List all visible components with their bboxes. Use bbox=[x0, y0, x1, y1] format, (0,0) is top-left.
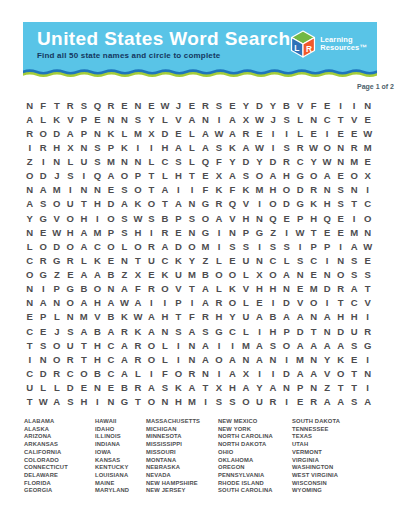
grid-cell[interactable]: Z bbox=[118, 268, 132, 282]
grid-cell[interactable]: X bbox=[145, 126, 159, 140]
grid-cell[interactable]: I bbox=[280, 225, 294, 239]
grid-cell[interactable]: W bbox=[212, 126, 226, 140]
grid-cell[interactable]: K bbox=[118, 310, 132, 324]
grid-cell[interactable]: A bbox=[226, 352, 240, 366]
grid-cell[interactable]: N bbox=[185, 225, 199, 239]
grid-cell[interactable]: N bbox=[91, 126, 105, 140]
grid-cell[interactable]: A bbox=[280, 310, 294, 324]
grid-cell[interactable]: Q bbox=[91, 98, 105, 112]
grid-cell[interactable]: I bbox=[145, 225, 159, 239]
grid-cell[interactable]: A bbox=[77, 296, 91, 310]
grid-cell[interactable]: I bbox=[253, 197, 267, 211]
grid-cell[interactable]: K bbox=[334, 352, 348, 366]
grid-cell[interactable]: W bbox=[253, 112, 267, 126]
grid-cell[interactable]: J bbox=[50, 169, 64, 183]
grid-cell[interactable]: R bbox=[64, 352, 78, 366]
grid-cell[interactable]: I bbox=[266, 140, 280, 154]
grid-cell[interactable]: R bbox=[145, 282, 159, 296]
grid-cell[interactable]: E bbox=[320, 98, 334, 112]
grid-cell[interactable]: C bbox=[158, 155, 172, 169]
grid-cell[interactable]: D bbox=[320, 282, 334, 296]
grid-cell[interactable]: U bbox=[172, 268, 186, 282]
grid-cell[interactable]: U bbox=[145, 253, 159, 267]
grid-cell[interactable]: P bbox=[104, 140, 118, 154]
grid-cell[interactable]: M bbox=[253, 183, 267, 197]
grid-cell[interactable]: R bbox=[212, 296, 226, 310]
grid-cell[interactable]: O bbox=[347, 169, 361, 183]
grid-cell[interactable]: B bbox=[104, 268, 118, 282]
grid-cell[interactable]: N bbox=[185, 352, 199, 366]
grid-cell[interactable]: O bbox=[104, 211, 118, 225]
grid-cell[interactable]: M bbox=[185, 268, 199, 282]
grid-cell[interactable]: T bbox=[347, 197, 361, 211]
grid-cell[interactable]: O bbox=[145, 352, 159, 366]
grid-cell[interactable]: S bbox=[361, 268, 375, 282]
grid-cell[interactable]: S bbox=[64, 169, 78, 183]
grid-cell[interactable]: T bbox=[347, 366, 361, 380]
grid-cell[interactable]: T bbox=[185, 282, 199, 296]
grid-cell[interactable]: M bbox=[77, 310, 91, 324]
grid-cell[interactable]: R bbox=[37, 253, 51, 267]
grid-cell[interactable]: K bbox=[239, 183, 253, 197]
grid-cell[interactable]: I bbox=[347, 211, 361, 225]
grid-cell[interactable]: A bbox=[347, 282, 361, 296]
grid-cell[interactable]: A bbox=[118, 352, 132, 366]
grid-cell[interactable]: N bbox=[104, 395, 118, 409]
grid-cell[interactable]: V bbox=[293, 296, 307, 310]
grid-cell[interactable]: E bbox=[334, 211, 348, 225]
grid-cell[interactable]: R bbox=[145, 239, 159, 253]
grid-cell[interactable]: A bbox=[226, 366, 240, 380]
grid-cell[interactable]: E bbox=[334, 169, 348, 183]
grid-cell[interactable]: R bbox=[199, 310, 213, 324]
grid-cell[interactable]: N bbox=[23, 98, 37, 112]
grid-cell[interactable]: E bbox=[320, 225, 334, 239]
grid-cell[interactable]: Y bbox=[266, 98, 280, 112]
grid-cell[interactable]: E bbox=[361, 155, 375, 169]
grid-cell[interactable]: P bbox=[172, 296, 186, 310]
grid-cell[interactable]: O bbox=[307, 169, 321, 183]
grid-cell[interactable]: N bbox=[104, 282, 118, 296]
grid-cell[interactable]: T bbox=[158, 197, 172, 211]
grid-cell[interactable]: N bbox=[158, 395, 172, 409]
grid-cell[interactable]: Q bbox=[91, 169, 105, 183]
grid-cell[interactable]: O bbox=[91, 282, 105, 296]
grid-cell[interactable]: I bbox=[253, 366, 267, 380]
grid-cell[interactable]: K bbox=[212, 183, 226, 197]
grid-cell[interactable]: O bbox=[145, 395, 159, 409]
grid-cell[interactable]: N bbox=[266, 352, 280, 366]
grid-cell[interactable]: G bbox=[199, 197, 213, 211]
grid-cell[interactable]: I bbox=[226, 338, 240, 352]
grid-cell[interactable]: H bbox=[266, 282, 280, 296]
grid-cell[interactable]: W bbox=[361, 239, 375, 253]
grid-cell[interactable]: T bbox=[307, 225, 321, 239]
grid-cell[interactable]: A bbox=[77, 225, 91, 239]
grid-cell[interactable]: N bbox=[77, 183, 91, 197]
grid-cell[interactable]: G bbox=[118, 395, 132, 409]
grid-cell[interactable]: F bbox=[212, 155, 226, 169]
grid-cell[interactable]: T bbox=[361, 282, 375, 296]
grid-cell[interactable]: L bbox=[185, 140, 199, 154]
grid-cell[interactable]: O bbox=[280, 183, 294, 197]
grid-cell[interactable]: T bbox=[131, 395, 145, 409]
grid-cell[interactable]: H bbox=[266, 324, 280, 338]
grid-cell[interactable]: E bbox=[361, 112, 375, 126]
grid-cell[interactable]: H bbox=[226, 381, 240, 395]
grid-cell[interactable]: I bbox=[145, 296, 159, 310]
grid-cell[interactable]: N bbox=[307, 352, 321, 366]
grid-cell[interactable]: E bbox=[293, 395, 307, 409]
grid-cell[interactable]: T bbox=[131, 253, 145, 267]
grid-cell[interactable]: A bbox=[23, 112, 37, 126]
grid-cell[interactable]: E bbox=[145, 268, 159, 282]
grid-cell[interactable]: O bbox=[212, 352, 226, 366]
grid-cell[interactable]: Y bbox=[23, 211, 37, 225]
grid-cell[interactable]: I bbox=[64, 183, 78, 197]
grid-cell[interactable]: V bbox=[293, 98, 307, 112]
grid-cell[interactable]: G bbox=[293, 169, 307, 183]
grid-cell[interactable]: A bbox=[37, 296, 51, 310]
grid-cell[interactable]: A bbox=[334, 338, 348, 352]
grid-cell[interactable]: N bbox=[118, 253, 132, 267]
grid-cell[interactable]: E bbox=[199, 169, 213, 183]
grid-cell[interactable]: Y bbox=[307, 155, 321, 169]
grid-cell[interactable]: F bbox=[226, 183, 240, 197]
grid-cell[interactable]: A bbox=[239, 140, 253, 154]
grid-cell[interactable]: T bbox=[172, 310, 186, 324]
grid-cell[interactable]: M bbox=[307, 282, 321, 296]
grid-cell[interactable]: K bbox=[172, 253, 186, 267]
grid-cell[interactable]: D bbox=[293, 324, 307, 338]
grid-cell[interactable]: K bbox=[131, 197, 145, 211]
grid-cell[interactable]: T bbox=[185, 169, 199, 183]
grid-cell[interactable]: B bbox=[266, 310, 280, 324]
grid-cell[interactable]: M bbox=[104, 155, 118, 169]
grid-cell[interactable]: I bbox=[23, 352, 37, 366]
grid-cell[interactable]: A bbox=[199, 282, 213, 296]
grid-cell[interactable]: H bbox=[77, 395, 91, 409]
grid-cell[interactable]: O bbox=[212, 268, 226, 282]
grid-cell[interactable]: H bbox=[266, 183, 280, 197]
grid-cell[interactable]: N bbox=[320, 183, 334, 197]
grid-cell[interactable]: K bbox=[307, 197, 321, 211]
grid-cell[interactable]: V bbox=[239, 282, 253, 296]
grid-cell[interactable]: H bbox=[77, 211, 91, 225]
grid-cell[interactable]: L bbox=[158, 112, 172, 126]
grid-cell[interactable]: L bbox=[239, 268, 253, 282]
grid-cell[interactable]: I bbox=[145, 140, 159, 154]
grid-cell[interactable]: U bbox=[239, 253, 253, 267]
grid-cell[interactable]: Q bbox=[266, 211, 280, 225]
grid-cell[interactable]: X bbox=[239, 112, 253, 126]
grid-cell[interactable]: L bbox=[50, 310, 64, 324]
grid-cell[interactable]: N bbox=[185, 197, 199, 211]
grid-cell[interactable]: T bbox=[77, 352, 91, 366]
grid-cell[interactable]: C bbox=[104, 352, 118, 366]
grid-cell[interactable]: S bbox=[199, 324, 213, 338]
grid-cell[interactable]: N bbox=[320, 324, 334, 338]
grid-cell[interactable]: H bbox=[131, 225, 145, 239]
grid-cell[interactable]: N bbox=[118, 112, 132, 126]
grid-cell[interactable]: N bbox=[118, 155, 132, 169]
grid-cell[interactable]: Q bbox=[199, 155, 213, 169]
grid-cell[interactable]: O bbox=[158, 282, 172, 296]
grid-cell[interactable]: J bbox=[172, 98, 186, 112]
grid-cell[interactable]: W bbox=[293, 225, 307, 239]
grid-cell[interactable]: N bbox=[307, 310, 321, 324]
grid-cell[interactable]: G bbox=[212, 324, 226, 338]
grid-cell[interactable]: I bbox=[361, 381, 375, 395]
grid-cell[interactable]: S bbox=[118, 183, 132, 197]
grid-cell[interactable]: C bbox=[266, 253, 280, 267]
grid-cell[interactable]: A bbox=[199, 126, 213, 140]
grid-cell[interactable]: O bbox=[334, 268, 348, 282]
grid-cell[interactable]: K bbox=[158, 268, 172, 282]
grid-cell[interactable]: P bbox=[293, 211, 307, 225]
grid-cell[interactable]: P bbox=[307, 239, 321, 253]
grid-cell[interactable]: N bbox=[361, 366, 375, 380]
grid-cell[interactable]: H bbox=[158, 310, 172, 324]
grid-cell[interactable]: F bbox=[37, 98, 51, 112]
grid-cell[interactable]: L bbox=[293, 126, 307, 140]
grid-cell[interactable]: R bbox=[158, 225, 172, 239]
grid-cell[interactable]: H bbox=[91, 338, 105, 352]
grid-cell[interactable]: D bbox=[37, 169, 51, 183]
grid-cell[interactable]: S bbox=[131, 112, 145, 126]
grid-cell[interactable]: O bbox=[239, 395, 253, 409]
grid-cell[interactable]: O bbox=[50, 338, 64, 352]
grid-cell[interactable]: H bbox=[347, 310, 361, 324]
grid-cell[interactable]: N bbox=[307, 112, 321, 126]
grid-cell[interactable]: C bbox=[23, 366, 37, 380]
grid-cell[interactable]: Z bbox=[266, 225, 280, 239]
grid-cell[interactable]: N bbox=[334, 253, 348, 267]
grid-cell[interactable]: L bbox=[145, 155, 159, 169]
grid-cell[interactable]: A bbox=[77, 324, 91, 338]
grid-cell[interactable]: I bbox=[185, 183, 199, 197]
grid-cell[interactable]: C bbox=[23, 324, 37, 338]
grid-cell[interactable]: F bbox=[185, 310, 199, 324]
grid-cell[interactable]: I bbox=[212, 366, 226, 380]
grid-cell[interactable]: C bbox=[361, 197, 375, 211]
grid-cell[interactable]: L bbox=[185, 126, 199, 140]
grid-cell[interactable]: A bbox=[320, 310, 334, 324]
grid-cell[interactable]: A bbox=[266, 381, 280, 395]
grid-cell[interactable]: X bbox=[253, 268, 267, 282]
grid-cell[interactable]: T bbox=[334, 112, 348, 126]
grid-cell[interactable]: A bbox=[104, 324, 118, 338]
grid-cell[interactable]: A bbox=[266, 169, 280, 183]
grid-cell[interactable]: T bbox=[199, 381, 213, 395]
grid-cell[interactable]: V bbox=[347, 112, 361, 126]
grid-cell[interactable]: N bbox=[23, 225, 37, 239]
grid-cell[interactable]: R bbox=[199, 98, 213, 112]
grid-cell[interactable]: N bbox=[199, 112, 213, 126]
grid-cell[interactable]: A bbox=[347, 239, 361, 253]
grid-cell[interactable]: A bbox=[104, 169, 118, 183]
grid-cell[interactable]: O bbox=[64, 296, 78, 310]
grid-cell[interactable]: S bbox=[91, 140, 105, 154]
grid-cell[interactable]: W bbox=[131, 211, 145, 225]
grid-cell[interactable]: N bbox=[334, 155, 348, 169]
grid-cell[interactable]: H bbox=[172, 395, 186, 409]
grid-cell[interactable]: A bbox=[77, 239, 91, 253]
grid-cell[interactable]: I bbox=[91, 211, 105, 225]
grid-cell[interactable]: B bbox=[104, 310, 118, 324]
grid-cell[interactable]: O bbox=[199, 211, 213, 225]
grid-cell[interactable]: L bbox=[293, 112, 307, 126]
grid-cell[interactable]: F bbox=[158, 366, 172, 380]
grid-cell[interactable]: X bbox=[212, 381, 226, 395]
grid-cell[interactable]: S bbox=[145, 211, 159, 225]
grid-cell[interactable]: I bbox=[293, 239, 307, 253]
grid-cell[interactable]: S bbox=[280, 239, 294, 253]
grid-cell[interactable]: E bbox=[253, 126, 267, 140]
grid-cell[interactable]: N bbox=[50, 155, 64, 169]
grid-cell[interactable]: I bbox=[361, 310, 375, 324]
grid-cell[interactable]: B bbox=[118, 381, 132, 395]
grid-cell[interactable]: I bbox=[320, 253, 334, 267]
grid-cell[interactable]: I bbox=[320, 296, 334, 310]
grid-cell[interactable]: A bbox=[37, 183, 51, 197]
grid-cell[interactable]: E bbox=[226, 253, 240, 267]
grid-cell[interactable]: O bbox=[104, 239, 118, 253]
grid-cell[interactable]: D bbox=[50, 126, 64, 140]
grid-cell[interactable]: N bbox=[91, 183, 105, 197]
grid-cell[interactable]: N bbox=[253, 253, 267, 267]
grid-cell[interactable]: N bbox=[280, 282, 294, 296]
grid-cell[interactable]: N bbox=[334, 140, 348, 154]
grid-cell[interactable]: S bbox=[347, 253, 361, 267]
grid-cell[interactable]: B bbox=[91, 324, 105, 338]
grid-cell[interactable]: K bbox=[91, 253, 105, 267]
grid-cell[interactable]: U bbox=[64, 197, 78, 211]
grid-cell[interactable]: E bbox=[347, 126, 361, 140]
grid-cell[interactable]: U bbox=[77, 155, 91, 169]
grid-cell[interactable]: Z bbox=[50, 268, 64, 282]
grid-cell[interactable]: N bbox=[23, 183, 37, 197]
grid-cell[interactable]: J bbox=[266, 112, 280, 126]
grid-cell[interactable]: A bbox=[185, 112, 199, 126]
grid-cell[interactable]: W bbox=[320, 155, 334, 169]
grid-cell[interactable]: A bbox=[199, 352, 213, 366]
grid-cell[interactable]: S bbox=[334, 197, 348, 211]
grid-cell[interactable]: V bbox=[226, 211, 240, 225]
grid-cell[interactable]: T bbox=[145, 183, 159, 197]
grid-cell[interactable]: A bbox=[239, 381, 253, 395]
grid-cell[interactable]: L bbox=[212, 282, 226, 296]
grid-cell[interactable]: S bbox=[212, 140, 226, 154]
grid-cell[interactable]: O bbox=[131, 239, 145, 253]
grid-cell[interactable]: A bbox=[253, 352, 267, 366]
grid-cell[interactable]: L bbox=[118, 126, 132, 140]
grid-cell[interactable]: H bbox=[253, 282, 267, 296]
grid-cell[interactable]: A bbox=[226, 112, 240, 126]
grid-cell[interactable]: X bbox=[131, 268, 145, 282]
grid-cell[interactable]: T bbox=[50, 98, 64, 112]
grid-cell[interactable]: O bbox=[145, 338, 159, 352]
grid-cell[interactable]: N bbox=[131, 98, 145, 112]
grid-cell[interactable]: I bbox=[23, 140, 37, 154]
grid-cell[interactable]: D bbox=[172, 239, 186, 253]
grid-cell[interactable]: G bbox=[361, 338, 375, 352]
grid-cell[interactable]: R bbox=[118, 324, 132, 338]
grid-cell[interactable]: H bbox=[64, 225, 78, 239]
grid-cell[interactable]: S bbox=[91, 155, 105, 169]
grid-cell[interactable]: H bbox=[320, 197, 334, 211]
grid-cell[interactable]: U bbox=[239, 310, 253, 324]
grid-cell[interactable]: G bbox=[253, 225, 267, 239]
grid-cell[interactable]: Q bbox=[320, 211, 334, 225]
grid-cell[interactable]: S bbox=[266, 239, 280, 253]
grid-cell[interactable]: A bbox=[293, 310, 307, 324]
grid-cell[interactable]: V bbox=[172, 112, 186, 126]
grid-cell[interactable]: T bbox=[307, 324, 321, 338]
grid-cell[interactable]: E bbox=[172, 225, 186, 239]
grid-cell[interactable]: P bbox=[239, 225, 253, 239]
grid-cell[interactable]: W bbox=[361, 126, 375, 140]
grid-cell[interactable]: I bbox=[253, 324, 267, 338]
grid-cell[interactable]: A bbox=[226, 126, 240, 140]
grid-cell[interactable]: M bbox=[361, 140, 375, 154]
grid-cell[interactable]: F bbox=[199, 183, 213, 197]
grid-cell[interactable]: I bbox=[212, 112, 226, 126]
grid-cell[interactable]: I bbox=[334, 98, 348, 112]
grid-cell[interactable]: N bbox=[239, 352, 253, 366]
grid-cell[interactable]: N bbox=[131, 155, 145, 169]
grid-cell[interactable]: I bbox=[212, 225, 226, 239]
grid-cell[interactable]: V bbox=[361, 296, 375, 310]
grid-cell[interactable]: P bbox=[77, 112, 91, 126]
grid-cell[interactable]: N bbox=[91, 381, 105, 395]
grid-cell[interactable]: X bbox=[361, 169, 375, 183]
grid-cell[interactable]: M bbox=[131, 126, 145, 140]
grid-cell[interactable]: O bbox=[118, 169, 132, 183]
grid-cell[interactable]: A bbox=[307, 338, 321, 352]
grid-cell[interactable]: S bbox=[64, 324, 78, 338]
grid-cell[interactable]: D bbox=[334, 324, 348, 338]
grid-cell[interactable]: L bbox=[37, 381, 51, 395]
grid-cell[interactable]: C bbox=[64, 366, 78, 380]
grid-cell[interactable]: A bbox=[185, 324, 199, 338]
grid-cell[interactable]: H bbox=[50, 140, 64, 154]
grid-cell[interactable]: S bbox=[334, 183, 348, 197]
grid-cell[interactable]: O bbox=[145, 197, 159, 211]
grid-cell[interactable]: G bbox=[199, 225, 213, 239]
grid-cell[interactable]: D bbox=[266, 155, 280, 169]
grid-cell[interactable]: W bbox=[118, 296, 132, 310]
grid-cell[interactable]: L bbox=[50, 381, 64, 395]
grid-cell[interactable]: O bbox=[307, 296, 321, 310]
grid-cell[interactable]: E bbox=[334, 225, 348, 239]
grid-cell[interactable]: N bbox=[280, 381, 294, 395]
grid-cell[interactable]: E bbox=[104, 183, 118, 197]
grid-cell[interactable]: E bbox=[64, 268, 78, 282]
grid-cell[interactable]: M bbox=[239, 338, 253, 352]
grid-cell[interactable]: S bbox=[37, 197, 51, 211]
grid-cell[interactable]: P bbox=[280, 324, 294, 338]
grid-cell[interactable]: E bbox=[91, 112, 105, 126]
grid-cell[interactable]: N bbox=[185, 338, 199, 352]
grid-cell[interactable]: I bbox=[334, 239, 348, 253]
grid-cell[interactable]: I bbox=[280, 126, 294, 140]
grid-cell[interactable]: T bbox=[145, 169, 159, 183]
grid-cell[interactable]: S bbox=[77, 98, 91, 112]
grid-cell[interactable]: E bbox=[347, 352, 361, 366]
grid-cell[interactable]: A bbox=[199, 140, 213, 154]
grid-cell[interactable]: M bbox=[50, 183, 64, 197]
